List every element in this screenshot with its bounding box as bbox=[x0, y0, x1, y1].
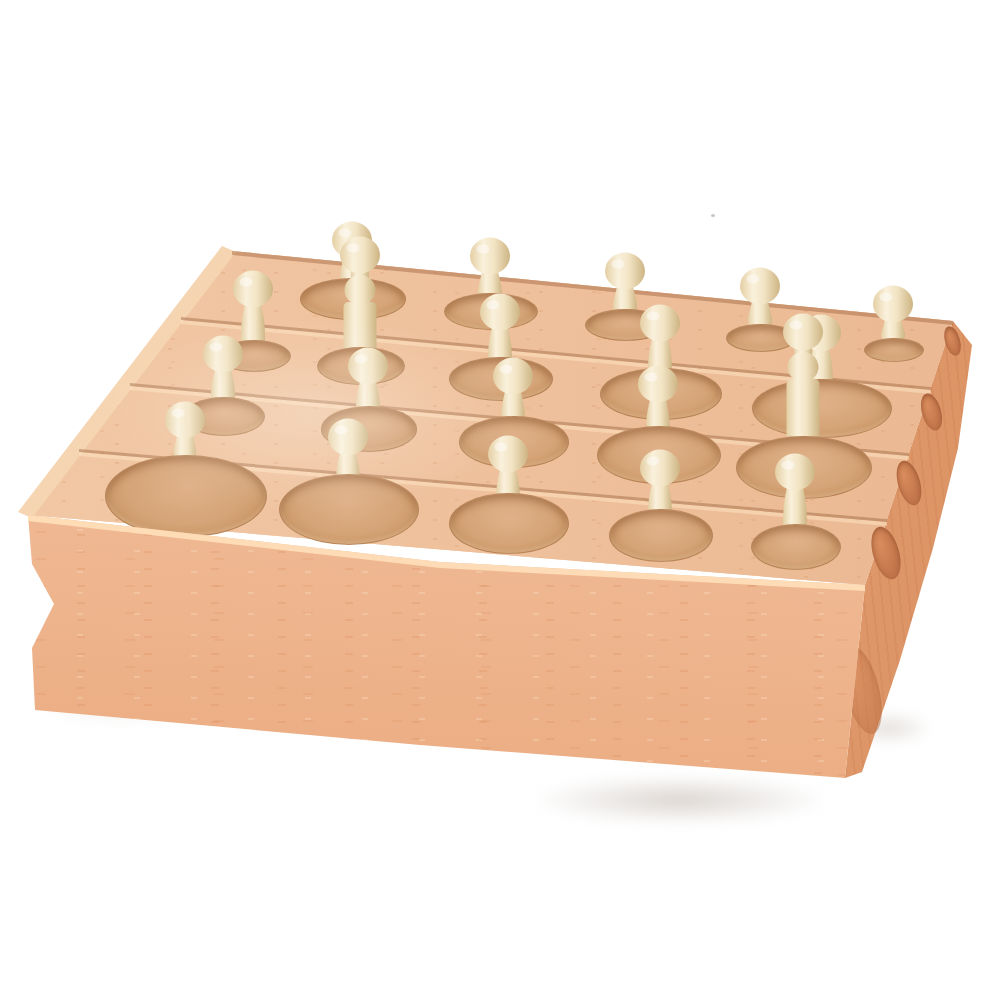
socket-b1-c3 bbox=[449, 493, 569, 554]
scene bbox=[0, 0, 1000, 1000]
socket-b1-c2 bbox=[279, 474, 419, 545]
cylinder-knob-b4-c5[interactable] bbox=[871, 285, 915, 347]
socket-b1-c1 bbox=[105, 455, 267, 537]
dust-speck bbox=[711, 214, 715, 217]
finger-notch-cutout bbox=[4, 570, 46, 634]
cylinder-knob-b3-c2[interactable] bbox=[338, 236, 382, 361]
table-shadow bbox=[480, 768, 880, 832]
